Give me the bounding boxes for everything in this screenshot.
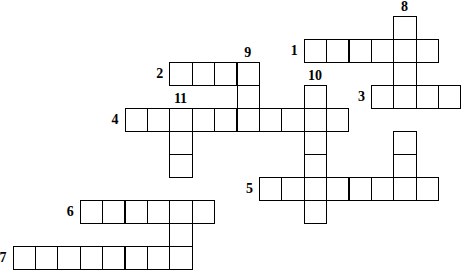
grid-cell[interactable]: [326, 177, 349, 201]
grid-cell[interactable]: [393, 62, 416, 86]
clue-number-11-down: 11: [169, 92, 191, 106]
grid-cell[interactable]: [416, 177, 439, 201]
grid-cell[interactable]: [169, 154, 192, 178]
grid-cell[interactable]: [192, 108, 215, 132]
clue-number-5-across: 5: [227, 182, 253, 196]
grid-cell[interactable]: [169, 62, 192, 86]
grid-cell[interactable]: [169, 200, 192, 224]
grid-cell[interactable]: [326, 108, 349, 132]
grid-cell[interactable]: [147, 108, 170, 132]
grid-cell[interactable]: [393, 131, 416, 155]
grid-cell[interactable]: [304, 39, 327, 63]
grid-cell[interactable]: [214, 62, 237, 86]
grid-cell[interactable]: [416, 39, 439, 63]
clue-number-4-across: 4: [93, 113, 119, 127]
grid-cell[interactable]: [393, 85, 416, 109]
grid-cell[interactable]: [304, 154, 327, 178]
grid-cell[interactable]: [169, 223, 192, 247]
grid-cell[interactable]: [393, 16, 416, 40]
grid-cell[interactable]: [259, 177, 282, 201]
grid-cell[interactable]: [393, 154, 416, 178]
grid-cell[interactable]: [169, 108, 192, 132]
clue-number-6-across: 6: [48, 205, 74, 219]
clue-number-1-across: 1: [272, 44, 298, 58]
grid-cell[interactable]: [237, 85, 260, 109]
grid-cell[interactable]: [281, 177, 304, 201]
grid-cell[interactable]: [147, 200, 170, 224]
clue-number-3-across: 3: [339, 90, 365, 104]
grid-cell[interactable]: [304, 85, 327, 109]
grid-cell[interactable]: [57, 246, 80, 270]
grid-cell[interactable]: [13, 246, 36, 270]
grid-cell[interactable]: [349, 39, 372, 63]
grid-cell[interactable]: [304, 108, 327, 132]
clue-number-10-down: 10: [304, 69, 326, 83]
grid-cell[interactable]: [371, 39, 394, 63]
grid-cell[interactable]: [80, 246, 103, 270]
grid-cell[interactable]: [125, 108, 148, 132]
grid-cell[interactable]: [192, 62, 215, 86]
grid-cell[interactable]: [80, 200, 103, 224]
grid-cell[interactable]: [35, 246, 58, 270]
grid-cell[interactable]: [281, 108, 304, 132]
grid-cell[interactable]: [416, 85, 439, 109]
grid-cell[interactable]: [304, 177, 327, 201]
clue-number-2-across: 2: [137, 67, 163, 81]
grid-cell[interactable]: [259, 108, 282, 132]
grid-cell[interactable]: [326, 39, 349, 63]
grid-cell[interactable]: [125, 200, 148, 224]
grid-cell[interactable]: [192, 200, 215, 224]
grid-cell[interactable]: [371, 85, 394, 109]
grid-cell[interactable]: [304, 131, 327, 155]
grid-cell[interactable]: [169, 131, 192, 155]
grid-cell[interactable]: [102, 246, 125, 270]
grid-cell[interactable]: [237, 108, 260, 132]
grid-cell[interactable]: [102, 200, 125, 224]
grid-cell[interactable]: [169, 246, 192, 270]
grid-cell[interactable]: [237, 62, 260, 86]
clue-number-8-down: 8: [393, 0, 415, 14]
grid-cell[interactable]: [349, 177, 372, 201]
grid-cell[interactable]: [393, 177, 416, 201]
grid-cell[interactable]: [125, 246, 148, 270]
grid-cell[interactable]: [438, 85, 461, 109]
crossword-board: 1234567891011: [0, 0, 461, 270]
clue-number-7-across: 7: [0, 251, 7, 265]
grid-cell[interactable]: [147, 246, 170, 270]
grid-cell[interactable]: [393, 39, 416, 63]
grid-cell[interactable]: [371, 177, 394, 201]
grid-cell[interactable]: [304, 200, 327, 224]
grid-cell[interactable]: [214, 108, 237, 132]
clue-number-9-down: 9: [237, 46, 259, 60]
